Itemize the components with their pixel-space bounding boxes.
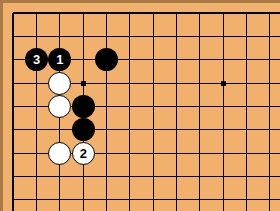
intersection-3-6 [48, 118, 71, 141]
intersection-6-6 [118, 118, 141, 141]
star-point-marker [221, 81, 226, 86]
intersection-11-5 [235, 95, 258, 118]
intersection-8-9 [165, 188, 188, 211]
intersection-7-4 [142, 72, 165, 95]
intersection-4-7: 2 [72, 142, 95, 165]
intersection-7-7 [142, 142, 165, 165]
intersection-2-8 [25, 165, 48, 188]
intersection-9-7 [188, 142, 211, 165]
intersection-3-2 [48, 25, 71, 48]
intersection-9-1 [188, 2, 211, 25]
black-stone [72, 95, 95, 118]
black-stone-move-3: 3 [25, 48, 48, 71]
intersection-4-5 [72, 95, 95, 118]
intersection-1-7 [2, 142, 25, 165]
intersection-10-4 [212, 72, 235, 95]
intersection-3-5 [48, 95, 71, 118]
intersection-4-1 [72, 2, 95, 25]
intersection-8-3 [165, 48, 188, 71]
intersection-8-7 [165, 142, 188, 165]
intersection-4-8 [72, 165, 95, 188]
intersection-8-4 [165, 72, 188, 95]
intersection-1-1 [2, 2, 25, 25]
intersection-6-9 [118, 188, 141, 211]
intersection-12-8 [258, 165, 280, 188]
intersection-11-6 [235, 118, 258, 141]
intersection-4-3 [72, 48, 95, 71]
intersection-11-3 [235, 48, 258, 71]
go-board: 312 [0, 0, 280, 211]
intersection-6-2 [118, 25, 141, 48]
intersection-1-2 [2, 25, 25, 48]
intersection-9-6 [188, 118, 211, 141]
intersection-2-9 [25, 188, 48, 211]
black-stone-move-1: 1 [48, 48, 71, 71]
intersection-10-8 [212, 165, 235, 188]
intersection-2-5 [25, 95, 48, 118]
intersection-5-4 [95, 72, 118, 95]
intersection-5-7 [95, 142, 118, 165]
intersection-11-7 [235, 142, 258, 165]
intersection-4-6 [72, 118, 95, 141]
intersection-1-9 [2, 188, 25, 211]
intersection-9-3 [188, 48, 211, 71]
black-stone [72, 118, 95, 141]
intersection-9-5 [188, 95, 211, 118]
intersection-4-4 [72, 72, 95, 95]
intersection-3-9 [48, 188, 71, 211]
intersection-3-7 [48, 142, 71, 165]
white-stone [48, 142, 71, 165]
intersection-6-8 [118, 165, 141, 188]
intersection-6-4 [118, 72, 141, 95]
intersection-12-7 [258, 142, 280, 165]
intersection-2-6 [25, 118, 48, 141]
intersection-2-3: 3 [25, 48, 48, 71]
intersection-9-2 [188, 25, 211, 48]
intersection-12-2 [258, 25, 280, 48]
intersection-11-9 [235, 188, 258, 211]
intersection-7-6 [142, 118, 165, 141]
intersection-5-3 [95, 48, 118, 71]
intersection-2-2 [25, 25, 48, 48]
intersection-8-5 [165, 95, 188, 118]
intersection-1-6 [2, 118, 25, 141]
intersection-11-4 [235, 72, 258, 95]
intersection-2-4 [25, 72, 48, 95]
intersection-7-5 [142, 95, 165, 118]
intersection-4-9 [72, 188, 95, 211]
intersection-4-2 [72, 25, 95, 48]
intersection-11-8 [235, 165, 258, 188]
intersection-1-8 [2, 165, 25, 188]
intersection-6-5 [118, 95, 141, 118]
intersection-3-3: 1 [48, 48, 71, 71]
intersection-12-9 [258, 188, 280, 211]
intersection-12-3 [258, 48, 280, 71]
intersection-5-1 [95, 2, 118, 25]
intersection-11-1 [235, 2, 258, 25]
intersection-5-6 [95, 118, 118, 141]
intersection-10-6 [212, 118, 235, 141]
intersection-9-4 [188, 72, 211, 95]
intersection-12-5 [258, 95, 280, 118]
intersection-11-2 [235, 25, 258, 48]
white-stone [48, 95, 71, 118]
white-stone-move-2: 2 [72, 142, 95, 165]
intersection-6-7 [118, 142, 141, 165]
intersection-10-7 [212, 142, 235, 165]
intersection-10-1 [212, 2, 235, 25]
board-grid: 312 [2, 2, 280, 211]
intersection-8-1 [165, 2, 188, 25]
intersection-3-4 [48, 72, 71, 95]
intersection-7-1 [142, 2, 165, 25]
intersection-12-1 [258, 2, 280, 25]
white-stone [48, 72, 71, 95]
intersection-5-9 [95, 188, 118, 211]
intersection-9-8 [188, 165, 211, 188]
intersection-7-9 [142, 188, 165, 211]
intersection-10-9 [212, 188, 235, 211]
intersection-8-2 [165, 25, 188, 48]
intersection-10-2 [212, 25, 235, 48]
intersection-2-1 [25, 2, 48, 25]
intersection-10-5 [212, 95, 235, 118]
intersection-7-3 [142, 48, 165, 71]
intersection-12-4 [258, 72, 280, 95]
intersection-5-2 [95, 25, 118, 48]
star-point-marker [81, 81, 86, 86]
intersection-8-8 [165, 165, 188, 188]
black-stone [95, 48, 118, 71]
intersection-1-4 [2, 72, 25, 95]
intersection-5-5 [95, 95, 118, 118]
intersection-3-8 [48, 165, 71, 188]
intersection-10-3 [212, 48, 235, 71]
intersection-3-1 [48, 2, 71, 25]
intersection-6-1 [118, 2, 141, 25]
intersection-12-6 [258, 118, 280, 141]
intersection-8-6 [165, 118, 188, 141]
intersection-7-2 [142, 25, 165, 48]
intersection-6-3 [118, 48, 141, 71]
intersection-2-7 [25, 142, 48, 165]
intersection-1-3 [2, 48, 25, 71]
intersection-5-8 [95, 165, 118, 188]
intersection-9-9 [188, 188, 211, 211]
intersection-7-8 [142, 165, 165, 188]
intersection-1-5 [2, 95, 25, 118]
